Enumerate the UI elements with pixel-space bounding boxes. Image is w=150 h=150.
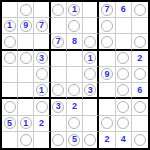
odd-constraint-circle: 1 [84, 52, 96, 64]
cell-r6c8[interactable] [116, 83, 132, 99]
cell-r8c6[interactable] [83, 116, 99, 132]
cell-r6c3[interactable]: 1 [34, 83, 50, 99]
cell-r7c4[interactable]: 3 [51, 99, 67, 115]
odd-constraint-circle [20, 4, 32, 16]
odd-constraint-circle [36, 68, 48, 80]
cell-r1c8[interactable]: 6 [116, 2, 132, 18]
cell-r3c7[interactable] [99, 34, 115, 50]
cell-r3c6[interactable] [83, 34, 99, 50]
cell-r5c1[interactable] [2, 67, 18, 83]
odd-constraint-circle [101, 117, 113, 129]
cell-r6c4[interactable] [51, 83, 67, 99]
cell-r3c8[interactable] [116, 34, 132, 50]
cell-r8c1[interactable]: 5 [2, 116, 18, 132]
cell-r1c7[interactable]: 7 [99, 2, 115, 18]
cell-r5c9[interactable] [132, 67, 148, 83]
odd-constraint-circle: 1 [68, 4, 80, 16]
cell-r9c7[interactable]: 2 [99, 132, 115, 148]
cell-r8c4[interactable] [51, 116, 67, 132]
odd-constraint-circle [68, 117, 80, 129]
cell-r5c6[interactable] [83, 67, 99, 83]
cell-r3c3[interactable] [34, 34, 50, 50]
given-digit: 7 [39, 21, 44, 30]
given-digit: 9 [104, 70, 109, 79]
odd-constraint-circle [20, 134, 32, 146]
odd-constraint-circle [68, 20, 80, 32]
cell-r3c4[interactable]: 7 [51, 34, 67, 50]
given-digit: 3 [88, 86, 93, 95]
odd-constraint-circle: 7 [52, 36, 64, 48]
cell-r8c5[interactable] [67, 116, 83, 132]
odd-constraint-circle [117, 84, 129, 96]
odd-constraint-circle: 1 [20, 117, 32, 129]
cell-r1c4[interactable] [51, 2, 67, 18]
cell-r1c2[interactable] [18, 2, 34, 18]
cell-r2c1[interactable]: 1 [2, 18, 18, 34]
odd-constraint-circle [101, 20, 113, 32]
cell-r2c6[interactable] [83, 18, 99, 34]
given-digit: 7 [104, 5, 109, 14]
odd-constraint-circle: 9 [101, 68, 113, 80]
cell-r4c9[interactable]: 2 [132, 51, 148, 67]
odd-constraint-circle [20, 52, 32, 64]
cell-r5c3[interactable] [34, 67, 50, 83]
cell-r3c1[interactable] [2, 34, 18, 50]
cell-r3c9[interactable] [132, 34, 148, 50]
cell-r2c7[interactable] [99, 18, 115, 34]
cell-r9c9[interactable] [132, 132, 148, 148]
odd-constraint-circle [84, 36, 96, 48]
odd-constraint-circle: 3 [52, 101, 64, 113]
odd-constraint-circle [134, 101, 146, 113]
odd-constraint-circle [134, 68, 146, 80]
given-digit: 2 [104, 135, 109, 144]
odd-constraint-circle [4, 101, 16, 113]
given-digit: 6 [137, 86, 142, 95]
cell-r6c9[interactable]: 6 [132, 83, 148, 99]
cell-r2c8[interactable] [116, 18, 132, 34]
cell-r4c6[interactable]: 1 [83, 51, 99, 67]
odd-constraint-circle: 5 [68, 134, 80, 146]
cell-r6c7[interactable] [99, 83, 115, 99]
cell-r2c9[interactable] [132, 18, 148, 34]
odd-constraint-circle [134, 4, 146, 16]
cell-r1c3[interactable] [34, 2, 50, 18]
cell-r6c5[interactable] [67, 83, 83, 99]
odd-constraint-circle: 3 [84, 84, 96, 96]
cell-r9c6[interactable] [83, 132, 99, 148]
given-digit: 1 [72, 5, 77, 14]
cell-r9c1[interactable] [2, 132, 18, 148]
cell-r8c3[interactable]: 2 [34, 116, 50, 132]
given-digit: 7 [56, 37, 61, 46]
odd-constraint-circle [117, 52, 129, 64]
cell-r4c2[interactable] [18, 51, 34, 67]
given-digit: 9 [23, 21, 28, 30]
cell-r5c8[interactable] [116, 67, 132, 83]
cell-r2c4[interactable] [51, 18, 67, 34]
given-digit: 4 [121, 135, 126, 144]
odd-constraint-circle [36, 101, 48, 113]
cell-r6c6[interactable]: 3 [83, 83, 99, 99]
cell-r2c5[interactable] [67, 18, 83, 34]
odd-constraint-circle: 7 [101, 4, 113, 16]
cell-r7c6[interactable] [83, 99, 99, 115]
cell-r4c8[interactable] [116, 51, 132, 67]
cell-r4c7[interactable] [99, 51, 115, 67]
cell-r5c4[interactable] [51, 67, 67, 83]
cell-r1c9[interactable] [132, 2, 148, 18]
given-digit: 2 [72, 102, 77, 111]
cell-r4c3[interactable]: 3 [34, 51, 50, 67]
odd-constraint-circle [101, 36, 113, 48]
cell-r1c1[interactable] [2, 2, 18, 18]
cell-r3c2[interactable] [18, 34, 34, 50]
odd-constraint-circle [84, 68, 96, 80]
cell-r6c1[interactable] [2, 83, 18, 99]
given-digit: 2 [137, 54, 142, 63]
cell-r7c5[interactable]: 2 [67, 99, 83, 115]
odd-constraint-circle [68, 84, 80, 96]
cell-r7c1[interactable] [2, 99, 18, 115]
odd-constraint-circle [52, 84, 64, 96]
odd-constraint-circle: 3 [36, 52, 48, 64]
given-digit: 2 [39, 119, 44, 128]
cell-r8c2[interactable]: 1 [18, 116, 34, 132]
given-digit: 1 [23, 119, 28, 128]
given-digit: 8 [72, 37, 77, 46]
cell-r5c7[interactable]: 9 [99, 67, 115, 83]
cell-r7c3[interactable] [34, 99, 50, 115]
cell-r4c4[interactable] [51, 51, 67, 67]
cell-r9c8[interactable]: 4 [116, 132, 132, 148]
given-digit: 5 [7, 119, 12, 128]
odd-constraint-circle: 5 [4, 117, 16, 129]
cell-r5c5[interactable] [67, 67, 83, 83]
cell-r6c2[interactable] [18, 83, 34, 99]
cell-r7c9[interactable] [132, 99, 148, 115]
given-digit: 3 [39, 54, 44, 63]
cell-r4c1[interactable] [2, 51, 18, 67]
odd-constraint-circle [84, 134, 96, 146]
cell-r9c3[interactable] [34, 132, 50, 148]
sudoku-board: 17619778312913632512524 [0, 0, 150, 150]
odd-constraint-circle: 1 [4, 20, 16, 32]
odd-constraint-circle [4, 52, 16, 64]
odd-constraint-circle [134, 36, 146, 48]
cell-r2c3[interactable]: 7 [34, 18, 50, 34]
odd-constraint-circle [117, 117, 129, 129]
cell-r7c7[interactable] [99, 99, 115, 115]
cell-r4c5[interactable] [67, 51, 83, 67]
cell-r9c5[interactable]: 5 [67, 132, 83, 148]
cell-r7c8[interactable] [116, 99, 132, 115]
given-digit: 3 [56, 102, 61, 111]
given-digit: 5 [72, 135, 77, 144]
odd-constraint-circle [117, 68, 129, 80]
odd-constraint-circle: 7 [36, 20, 48, 32]
odd-constraint-circle [134, 134, 146, 146]
odd-constraint-circle [117, 101, 129, 113]
odd-constraint-circle: 1 [36, 84, 48, 96]
cell-r8c8[interactable] [116, 116, 132, 132]
given-digit: 1 [39, 86, 44, 95]
cell-r3c5[interactable]: 8 [67, 34, 83, 50]
cell-r8c7[interactable] [99, 116, 115, 132]
cell-r1c5[interactable]: 1 [67, 2, 83, 18]
cell-r9c4[interactable] [51, 132, 67, 148]
cell-r9c2[interactable] [18, 132, 34, 148]
given-digit: 1 [88, 54, 93, 63]
odd-constraint-circle [52, 134, 64, 146]
odd-constraint-circle: 9 [20, 20, 32, 32]
cell-r8c9[interactable] [132, 116, 148, 132]
cell-r7c2[interactable] [18, 99, 34, 115]
cell-r1c6[interactable] [83, 2, 99, 18]
cell-r5c2[interactable] [18, 67, 34, 83]
odd-constraint-circle [52, 4, 64, 16]
odd-constraint-circle [4, 36, 16, 48]
given-digit: 6 [121, 5, 126, 14]
given-digit: 1 [7, 21, 12, 30]
cell-r2c2[interactable]: 9 [18, 18, 34, 34]
